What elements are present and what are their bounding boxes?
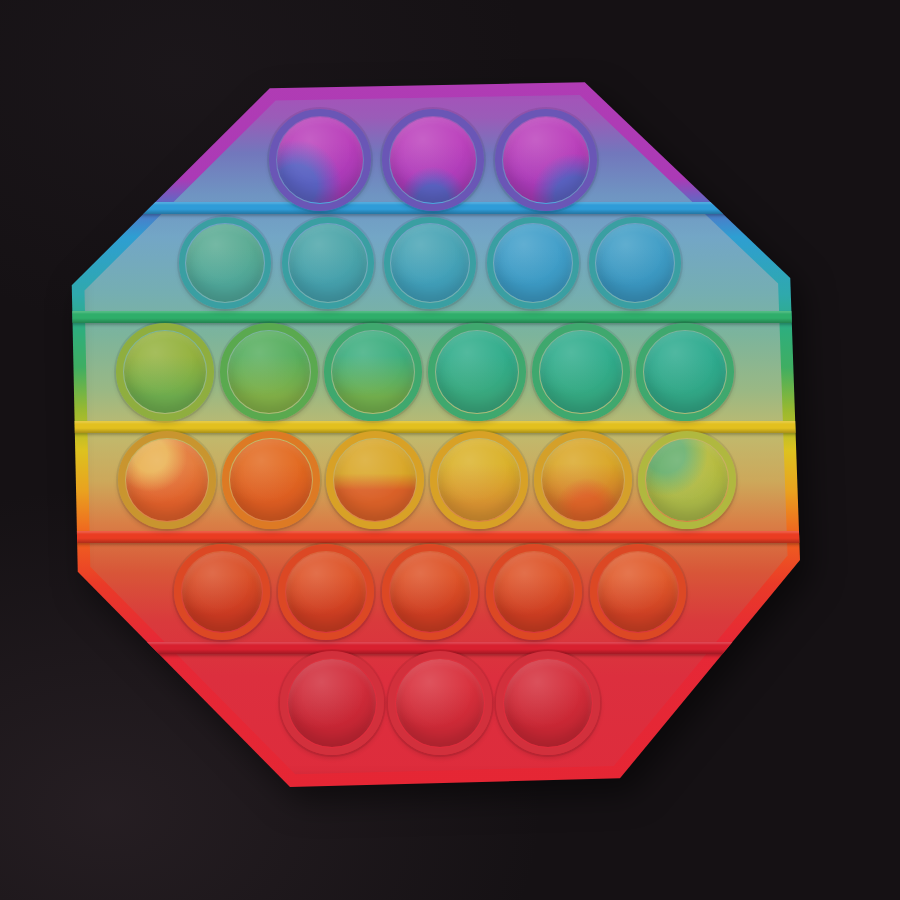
bubble-dome xyxy=(396,659,484,747)
popit-bubble-r3c1-up[interactable] xyxy=(116,323,214,421)
bubble-dome xyxy=(540,331,622,413)
popit-bubble-r2c4-up[interactable] xyxy=(487,217,579,309)
bubble-dome xyxy=(186,224,264,302)
bubble-dome xyxy=(494,224,572,302)
popit-bubble-r2c3-up[interactable] xyxy=(384,217,476,309)
bubble-dome xyxy=(332,331,414,413)
popit-bubble-r3c6-up[interactable] xyxy=(636,323,734,421)
bubble-dome xyxy=(391,224,469,302)
bubble-dome xyxy=(390,552,470,632)
popit-bubble-r5c4-up[interactable] xyxy=(486,544,582,640)
popit-bubble-r5c1-up[interactable] xyxy=(174,544,270,640)
popit-bubble-r3c4-up[interactable] xyxy=(428,323,526,421)
bubble-dome xyxy=(390,117,476,203)
popit-bubble-r1c2-up[interactable] xyxy=(382,109,484,211)
row-divider-ridge-4 xyxy=(67,531,813,543)
bubble-dome xyxy=(230,439,312,521)
row-divider-ridge-2 xyxy=(67,311,813,323)
popit-bubble-r1c3-up[interactable] xyxy=(495,109,597,211)
popit-bubble-r6c1-up[interactable] xyxy=(280,651,384,755)
popit-bubble-r3c3-up[interactable] xyxy=(324,323,422,421)
popit-bubble-r4c5-up[interactable] xyxy=(534,431,632,529)
bubble-dome xyxy=(438,439,520,521)
bubble-dome xyxy=(436,331,518,413)
bubble-dome xyxy=(228,331,310,413)
bubble-dome xyxy=(598,552,678,632)
popit-toy xyxy=(65,70,815,795)
bubble-dome xyxy=(124,331,206,413)
bubble-dome xyxy=(334,439,416,521)
bubble-dome xyxy=(286,552,366,632)
popit-bubble-r4c1-up[interactable] xyxy=(118,431,216,529)
photo-background xyxy=(0,0,900,900)
popit-bubble-r6c3-up[interactable] xyxy=(496,651,600,755)
popit-bubble-r2c1-up[interactable] xyxy=(179,217,271,309)
popit-bubble-r4c6-up[interactable] xyxy=(638,431,736,529)
bubble-dome xyxy=(126,439,208,521)
row-divider-ridge-3 xyxy=(67,421,813,433)
bubble-dome xyxy=(288,659,376,747)
popit-bubble-r1c1-up[interactable] xyxy=(269,109,371,211)
popit-bubble-r4c3-up[interactable] xyxy=(326,431,424,529)
bubble-dome xyxy=(644,331,726,413)
bubble-dome xyxy=(182,552,262,632)
bubble-dome xyxy=(646,439,728,521)
bubble-dome xyxy=(504,659,592,747)
bubble-dome xyxy=(596,224,674,302)
popit-bubble-r4c4-up[interactable] xyxy=(430,431,528,529)
popit-bubble-r6c2-up[interactable] xyxy=(388,651,492,755)
popit-bubble-r4c2-up[interactable] xyxy=(222,431,320,529)
popit-bubble-r3c2-up[interactable] xyxy=(220,323,318,421)
popit-bubble-r3c5-up[interactable] xyxy=(532,323,630,421)
bubble-dome xyxy=(542,439,624,521)
popit-board xyxy=(65,70,815,795)
popit-bubble-r2c5-up[interactable] xyxy=(589,217,681,309)
popit-bubble-r5c2-up[interactable] xyxy=(278,544,374,640)
popit-bubble-r5c3-up[interactable] xyxy=(382,544,478,640)
bubble-dome xyxy=(289,224,367,302)
popit-bubble-r5c5-up[interactable] xyxy=(590,544,686,640)
bubble-dome xyxy=(277,117,363,203)
popit-bubble-r2c2-up[interactable] xyxy=(282,217,374,309)
bubble-dome xyxy=(503,117,589,203)
bubble-dome xyxy=(494,552,574,632)
